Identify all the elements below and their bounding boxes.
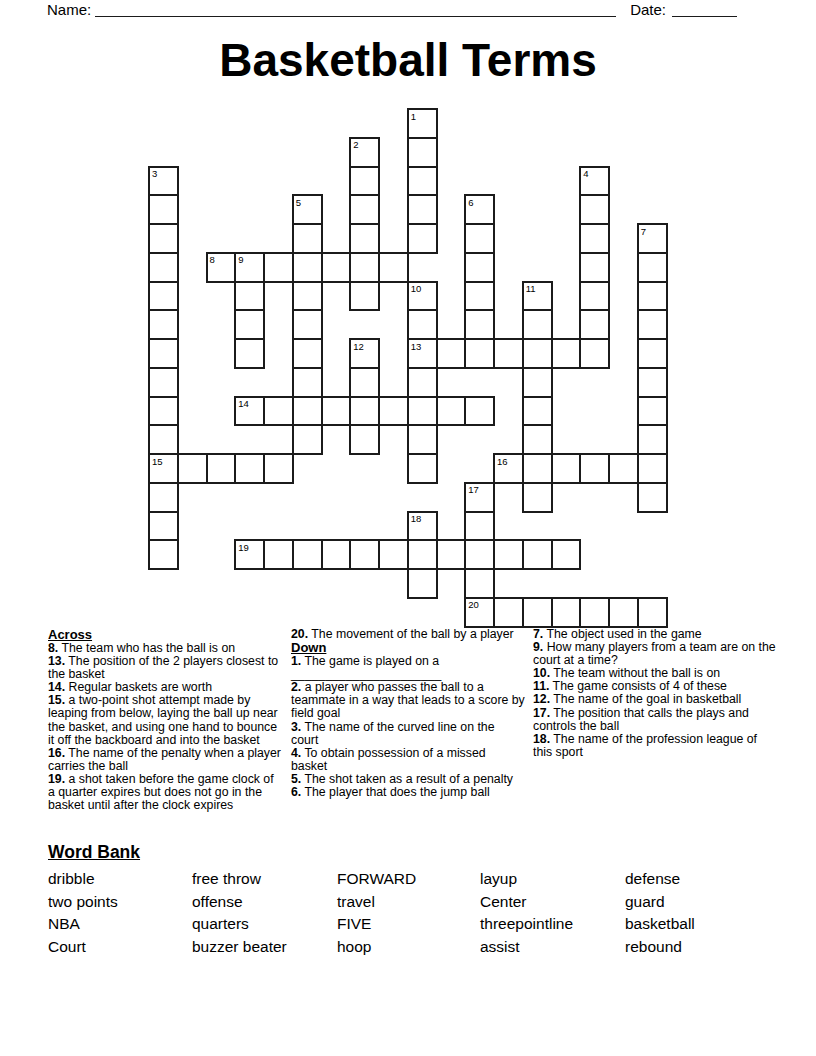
grid-cell-r2c15[interactable]: 4 <box>579 166 610 197</box>
clue-number-16: 16 <box>495 455 522 466</box>
word-bank-word: defense <box>625 870 776 889</box>
grid-cell-r10c4[interactable] <box>263 396 294 427</box>
grid-cell-r11c0[interactable] <box>148 424 179 455</box>
word-bank-word: quarters <box>192 915 337 934</box>
clue-number-15: 15 <box>150 455 177 466</box>
grid-cell-r13c17[interactable] <box>637 482 668 513</box>
clue-label: 6. <box>291 785 301 799</box>
grid-cell-r12c2[interactable] <box>206 453 237 484</box>
clue-17: 17. The position that calls the plays an… <box>533 707 778 733</box>
clue-number-14: 14 <box>236 398 263 409</box>
word-bank-word: buzzer beater <box>192 938 337 957</box>
grid-cell-r7c15[interactable] <box>579 309 610 340</box>
grid-cell-r10c0[interactable] <box>148 396 179 427</box>
grid-cell-r8c9[interactable]: 13 <box>407 338 438 369</box>
grid-cell-r7c11[interactable] <box>464 309 495 340</box>
grid-cell-r12c17[interactable] <box>637 453 668 484</box>
grid-cell-r4c5[interactable] <box>292 223 323 254</box>
name-blank-line[interactable] <box>95 2 616 17</box>
clue-number-13: 13 <box>409 340 436 351</box>
grid-cell-r4c17[interactable]: 7 <box>637 223 668 254</box>
grid-cell-r17c15[interactable] <box>579 597 610 628</box>
clue-number-6: 6 <box>466 196 493 207</box>
clue-number-18: 18 <box>409 513 436 524</box>
clue-15: 15. a two-point shot attempt made by lea… <box>48 694 283 746</box>
word-bank-word: guard <box>625 893 776 912</box>
grid-cell-r5c3[interactable]: 9 <box>234 252 265 283</box>
grid-cell-r10c8[interactable] <box>378 396 409 427</box>
grid-cell-r12c3[interactable] <box>234 453 265 484</box>
grid-cell-r5c15[interactable] <box>579 252 610 283</box>
grid-cell-r12c14[interactable] <box>551 453 582 484</box>
grid-cell-r8c7[interactable]: 12 <box>349 338 380 369</box>
grid-cell-r6c15[interactable] <box>579 281 610 312</box>
grid-cell-r6c9[interactable]: 10 <box>407 281 438 312</box>
clue-19: 19. a shot taken before the game clock o… <box>48 773 283 812</box>
clue-label: 18. <box>533 732 550 746</box>
grid-cell-r8c13[interactable] <box>522 338 553 369</box>
clue-label: 1. <box>291 654 301 668</box>
grid-cell-r17c12[interactable] <box>493 597 524 628</box>
grid-cell-r17c13[interactable] <box>522 597 553 628</box>
grid-cell-r5c8[interactable] <box>378 252 409 283</box>
grid-cell-r16c11[interactable] <box>464 568 495 599</box>
clue-number-10: 10 <box>409 283 436 294</box>
crossword-grid: 1234567891011121314151617181920 <box>148 108 668 628</box>
grid-cell-r6c11[interactable] <box>464 281 495 312</box>
clue-label: 3. <box>291 720 301 734</box>
word-bank-grid: dribblefree throwFORWARDlayupdefensetwo … <box>48 870 776 956</box>
grid-cell-r12c15[interactable] <box>579 453 610 484</box>
grid-cell-r4c15[interactable] <box>579 223 610 254</box>
clue-number-7: 7 <box>639 225 666 236</box>
clue-number-8: 8 <box>208 254 235 265</box>
clue-label: 11. <box>533 679 549 693</box>
grid-cell-r8c5[interactable] <box>292 338 323 369</box>
grid-cell-r3c15[interactable] <box>579 194 610 225</box>
grid-cell-r5c0[interactable] <box>148 252 179 283</box>
grid-cell-r11c13[interactable] <box>522 424 553 455</box>
grid-cell-r10c11[interactable] <box>464 396 495 427</box>
grid-cell-r1c9[interactable] <box>407 137 438 168</box>
clue-number-5: 5 <box>294 196 321 207</box>
word-bank-word: assist <box>480 938 625 957</box>
clue-number-17: 17 <box>466 484 493 495</box>
grid-cell-r12c9[interactable] <box>407 453 438 484</box>
word-bank-word: rebound <box>625 938 776 957</box>
grid-cell-r8c10[interactable] <box>436 338 467 369</box>
grid-cell-r13c0[interactable] <box>148 482 179 513</box>
clue-label: 14. <box>48 680 65 694</box>
grid-cell-r11c7[interactable] <box>349 424 380 455</box>
grid-cell-r11c17[interactable] <box>637 424 668 455</box>
grid-cell-r5c7[interactable] <box>349 252 380 283</box>
clue-2: 2. a player who passes the ball to a tea… <box>291 681 525 720</box>
clue-label: 12. <box>533 692 550 706</box>
clues-section: Across8. The team who has the ball is on… <box>48 628 778 812</box>
worksheet-page: Name: Date: Basketball Terms 12345678910… <box>0 0 816 1056</box>
grid-cell-r6c13[interactable]: 11 <box>522 281 553 312</box>
grid-cell-r15c4[interactable] <box>263 539 294 570</box>
date-blank-line[interactable] <box>672 2 737 17</box>
clue-16: 16. The name of the penalty when a playe… <box>48 747 283 773</box>
grid-cell-r9c0[interactable] <box>148 367 179 398</box>
word-bank-word: hoop <box>337 938 480 957</box>
grid-cell-r4c0[interactable] <box>148 223 179 254</box>
grid-cell-r14c0[interactable] <box>148 511 179 542</box>
grid-cell-r15c14[interactable] <box>551 539 582 570</box>
grid-cell-r0c9[interactable]: 1 <box>407 108 438 139</box>
grid-cell-r15c9[interactable] <box>407 539 438 570</box>
grid-cell-r9c13[interactable] <box>522 367 553 398</box>
grid-cell-r5c2[interactable]: 8 <box>206 252 237 283</box>
grid-cell-r8c0[interactable] <box>148 338 179 369</box>
grid-cell-r15c0[interactable] <box>148 539 179 570</box>
grid-cell-r6c7[interactable] <box>349 281 380 312</box>
grid-cell-r5c6[interactable] <box>321 252 352 283</box>
clue-label: 2. <box>291 680 301 694</box>
clue-20: 20. The movement of the ball by a player <box>291 628 525 641</box>
clue-number-9: 9 <box>236 254 263 265</box>
grid-cell-r12c12[interactable]: 16 <box>493 453 524 484</box>
clue-label: 5. <box>291 772 301 786</box>
grid-cell-r8c15[interactable] <box>579 338 610 369</box>
word-bank-word: layup <box>480 870 625 889</box>
down-header: Down <box>291 641 525 655</box>
page-title: Basketball Terms <box>0 33 816 88</box>
grid-cell-r14c11[interactable] <box>464 511 495 542</box>
clue-label: 8. <box>48 641 58 655</box>
clue-number-3: 3 <box>150 168 177 179</box>
clue-number-1: 1 <box>409 110 436 121</box>
grid-cell-r15c5[interactable] <box>292 539 323 570</box>
clue-label: 20. <box>291 627 308 641</box>
clue-label: 16. <box>48 746 65 760</box>
word-bank-word: NBA <box>48 915 192 934</box>
clue-number-4: 4 <box>581 168 608 179</box>
word-bank-word: FORWARD <box>337 870 480 889</box>
grid-cell-r10c17[interactable] <box>637 396 668 427</box>
clue-label: 17. <box>533 706 550 720</box>
clue-3: 3. The name of the curved line on the co… <box>291 721 525 747</box>
grid-cell-r8c17[interactable] <box>637 338 668 369</box>
grid-cell-r3c0[interactable] <box>148 194 179 225</box>
clue-label: 4. <box>291 746 301 760</box>
grid-cell-r7c9[interactable] <box>407 309 438 340</box>
grid-cell-r8c11[interactable] <box>464 338 495 369</box>
grid-cell-r4c7[interactable] <box>349 223 380 254</box>
grid-cell-r8c3[interactable] <box>234 338 265 369</box>
clue-number-20: 20 <box>466 599 493 610</box>
grid-cell-r3c7[interactable] <box>349 194 380 225</box>
grid-cell-r9c5[interactable] <box>292 367 323 398</box>
grid-cell-r10c7[interactable] <box>349 396 380 427</box>
clue-1: 1. The game is played on a _____________… <box>291 655 525 681</box>
grid-cell-r15c3[interactable]: 19 <box>234 539 265 570</box>
grid-cell-r5c11[interactable] <box>464 252 495 283</box>
word-bank-word: FIVE <box>337 915 480 934</box>
word-bank-word: travel <box>337 893 480 912</box>
grid-cell-r10c10[interactable] <box>436 396 467 427</box>
grid-cell-r7c3[interactable] <box>234 309 265 340</box>
clue-label: 15. <box>48 693 65 707</box>
grid-cell-r12c4[interactable] <box>263 453 294 484</box>
grid-cell-r10c9[interactable] <box>407 396 438 427</box>
grid-cell-r8c14[interactable] <box>551 338 582 369</box>
grid-cell-r9c7[interactable] <box>349 367 380 398</box>
clue-18: 18. The name of the profession league of… <box>533 733 778 759</box>
word-bank: Word Bank dribblefree throwFORWARDlayupd… <box>48 843 776 956</box>
clue-13: 13. The position of the 2 players closes… <box>48 655 283 681</box>
grid-cell-r11c9[interactable] <box>407 424 438 455</box>
grid-cell-r4c11[interactable] <box>464 223 495 254</box>
grid-cell-r7c5[interactable] <box>292 309 323 340</box>
date-label: Date: <box>630 1 666 18</box>
grid-cell-r6c0[interactable] <box>148 281 179 312</box>
clue-4: 4. To obtain possession of a missed bask… <box>291 747 525 773</box>
clue-number-11: 11 <box>524 283 551 294</box>
grid-cell-r13c13[interactable] <box>522 482 553 513</box>
grid-cell-r5c17[interactable] <box>637 252 668 283</box>
grid-cell-r17c14[interactable] <box>551 597 582 628</box>
clue-12: 12. The name of the goal in basketball <box>533 693 778 706</box>
grid-cell-r15c8[interactable] <box>378 539 409 570</box>
grid-cell-r6c17[interactable] <box>637 281 668 312</box>
grid-cell-r15c13[interactable] <box>522 539 553 570</box>
grid-cell-r15c10[interactable] <box>436 539 467 570</box>
grid-cell-r17c11[interactable]: 20 <box>464 597 495 628</box>
clue-label: 10. <box>533 666 550 680</box>
grid-cell-r7c0[interactable] <box>148 309 179 340</box>
grid-cell-r15c12[interactable] <box>493 539 524 570</box>
clue-number-19: 19 <box>236 541 263 552</box>
grid-cell-r7c17[interactable] <box>637 309 668 340</box>
grid-cell-r12c13[interactable] <box>522 453 553 484</box>
grid-cell-r6c3[interactable] <box>234 281 265 312</box>
word-bank-word: Center <box>480 893 625 912</box>
grid-cell-r10c13[interactable] <box>522 396 553 427</box>
grid-cell-r15c7[interactable] <box>349 539 380 570</box>
word-bank-word: dribble <box>48 870 192 889</box>
clue-6: 6. The player that does the jump ball <box>291 786 525 799</box>
grid-cell-r3c5[interactable]: 5 <box>292 194 323 225</box>
grid-cell-r1c7[interactable]: 2 <box>349 137 380 168</box>
grid-cell-r2c9[interactable] <box>407 166 438 197</box>
word-bank-header: Word Bank <box>48 843 776 862</box>
grid-cell-r14c9[interactable]: 18 <box>407 511 438 542</box>
word-bank-word: basketball <box>625 915 776 934</box>
grid-cell-r13c11[interactable]: 17 <box>464 482 495 513</box>
grid-cell-r5c5[interactable] <box>292 252 323 283</box>
word-bank-word: threepointline <box>480 915 625 934</box>
across-header: Across <box>48 628 283 642</box>
grid-cell-r3c9[interactable] <box>407 194 438 225</box>
grid-cell-r15c11[interactable] <box>464 539 495 570</box>
grid-cell-r12c1[interactable] <box>177 453 208 484</box>
word-bank-word: Court <box>48 938 192 957</box>
grid-cell-r17c17[interactable] <box>637 597 668 628</box>
grid-cell-r12c0[interactable]: 15 <box>148 453 179 484</box>
clue-column-3: 7. The object used in the game9. How man… <box>533 628 778 812</box>
grid-cell-r9c17[interactable] <box>637 367 668 398</box>
grid-cell-r17c16[interactable] <box>608 597 639 628</box>
grid-cell-r11c5[interactable] <box>292 424 323 455</box>
clue-number-12: 12 <box>351 340 378 351</box>
grid-cell-r16c9[interactable] <box>407 568 438 599</box>
clue-label: 7. <box>533 627 543 641</box>
grid-cell-r3c11[interactable]: 6 <box>464 194 495 225</box>
grid-cell-r8c12[interactable] <box>493 338 524 369</box>
clue-label: 13. <box>48 654 65 668</box>
grid-cell-r12c16[interactable] <box>608 453 639 484</box>
grid-cell-r4c9[interactable] <box>407 223 438 254</box>
grid-cell-r7c13[interactable] <box>522 309 553 340</box>
grid-cell-r2c7[interactable] <box>349 166 380 197</box>
word-bank-word: offense <box>192 893 337 912</box>
clue-column-1: Across8. The team who has the ball is on… <box>48 628 291 812</box>
clue-column-2: 20. The movement of the ball by a player… <box>291 628 533 812</box>
grid-cell-r10c6[interactable] <box>321 396 352 427</box>
grid-cell-r9c9[interactable] <box>407 367 438 398</box>
word-bank-word: two points <box>48 893 192 912</box>
grid-cell-r2c0[interactable]: 3 <box>148 166 179 197</box>
name-date-header: Name: Date: <box>47 1 737 18</box>
grid-cell-r6c5[interactable] <box>292 281 323 312</box>
clue-label: 19. <box>48 772 65 786</box>
grid-cell-r10c3[interactable]: 14 <box>234 396 265 427</box>
clue-number-2: 2 <box>351 139 378 150</box>
word-bank-word: free throw <box>192 870 337 889</box>
grid-cell-r10c5[interactable] <box>292 396 323 427</box>
clue-9: 9. How many players from a team are on t… <box>533 641 778 667</box>
grid-cell-r15c6[interactable] <box>321 539 352 570</box>
name-label: Name: <box>47 1 91 18</box>
grid-cell-r5c4[interactable] <box>263 252 294 283</box>
clue-label: 9. <box>533 640 543 654</box>
